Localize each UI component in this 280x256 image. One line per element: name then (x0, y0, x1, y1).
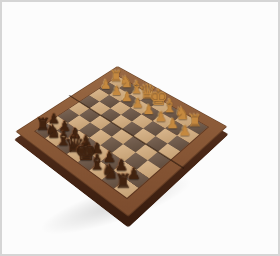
chess-board: ♜♞♝♛♚♝♞♜♟♟♟♟♟♟♟♟♟♟♟♟♟♟♟♟♜♞♝♛♚♝♞♜ (15, 66, 227, 217)
piece-anchor: ♟ (167, 126, 179, 133)
piece-anchor: ♜ (116, 186, 129, 195)
piece-light-pawn[interactable]: ♟ (179, 123, 192, 137)
chess-set-scene: ♜♞♝♛♚♝♞♜♟♟♟♟♟♟♟♟♟♟♟♟♟♟♟♟♜♞♝♛♚♝♞♜ (2, 2, 278, 254)
product-photo: ♜♞♝♛♚♝♞♜♟♟♟♟♟♟♟♟♟♟♟♟♟♟♟♟♜♞♝♛♚♝♞♜ (0, 0, 280, 256)
piece-light-pawn[interactable]: ♟ (167, 116, 180, 130)
piece-light-pawn[interactable]: ♟ (143, 102, 155, 116)
piece-light-pawn[interactable]: ♟ (155, 109, 167, 123)
piece-anchor: ♟ (179, 134, 192, 141)
square-h8[interactable]: ♜ (114, 179, 138, 198)
piece-dark-rook[interactable]: ♜ (114, 172, 131, 191)
board-grid: ♜♞♝♛♚♝♞♜♟♟♟♟♟♟♟♟♟♟♟♟♟♟♟♟♜♞♝♛♚♝♞♜ (34, 76, 209, 199)
